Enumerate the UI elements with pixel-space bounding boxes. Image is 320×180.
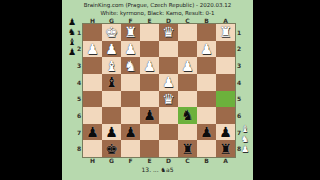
square-e2[interactable] [140,41,159,58]
chess-board: ♚♜♛♜♟♟♟♟♝♞♟♟♝♟♛♟♞♟♟♟♟♟♚♜♜ [83,24,235,157]
site-header-line1: BrainKing.com (Prague, Czech Republic) -… [62,2,253,9]
white-queen: ♛ [162,25,175,39]
square-h6[interactable] [83,107,102,124]
captured-black-pawn: ♟ [68,47,76,57]
square-b7[interactable]: ♟ [197,124,216,141]
white-pawn: ♟ [162,75,175,89]
square-f6[interactable] [121,107,140,124]
square-h4[interactable] [83,74,102,91]
square-a8[interactable]: ♜ [216,140,235,157]
square-d1[interactable]: ♛ [159,24,178,41]
black-pawn: ♟ [86,125,99,139]
square-c6[interactable]: ♞ [178,107,197,124]
square-e1[interactable] [140,24,159,41]
rank-label-3-left: 3 [76,57,82,74]
file-label-e-top: E [140,17,159,24]
square-d8[interactable] [159,140,178,157]
square-h2[interactable]: ♟ [83,41,102,58]
square-a4[interactable] [216,74,235,91]
square-d6[interactable] [159,107,178,124]
file-label-c-bottom: C [178,157,197,164]
white-queen: ♛ [162,92,175,106]
square-g1[interactable]: ♚ [102,24,121,41]
rank-label-5-left: 5 [76,91,82,108]
file-label-h-bottom: H [83,157,102,164]
square-e5[interactable] [140,91,159,108]
square-f5[interactable] [121,91,140,108]
white-pawn: ♟ [143,59,156,73]
square-a3[interactable] [216,57,235,74]
file-label-a-top: A [216,17,235,24]
square-c4[interactable] [178,74,197,91]
square-d4[interactable]: ♟ [159,74,178,91]
file-label-c-top: C [178,17,197,24]
file-label-b-bottom: B [197,157,216,164]
square-h1[interactable] [83,24,102,41]
rank-label-5-right: 5 [236,91,242,108]
white-rook: ♜ [124,25,137,39]
captured-white-bishop: ♝ [241,124,249,134]
square-b8[interactable] [197,140,216,157]
square-f3[interactable]: ♞ [121,57,140,74]
captured-black-tray: ♟♞♝♟ [65,17,79,57]
square-h8[interactable] [83,140,102,157]
square-h3[interactable] [83,57,102,74]
square-b6[interactable] [197,107,216,124]
square-d2[interactable] [159,41,178,58]
square-h7[interactable]: ♟ [83,124,102,141]
black-pawn: ♟ [200,125,213,139]
square-d7[interactable] [159,124,178,141]
white-pawn: ♟ [124,42,137,56]
square-f4[interactable] [121,74,140,91]
square-h5[interactable] [83,91,102,108]
square-g5[interactable] [102,91,121,108]
captured-black-pawn: ♟ [68,17,76,27]
file-label-g-bottom: G [102,157,121,164]
square-c7[interactable] [178,124,197,141]
file-label-d-bottom: D [159,157,178,164]
white-pawn: ♟ [105,42,118,56]
file-labels-top: HGFEDCBA [83,17,235,24]
white-rook: ♜ [219,25,232,39]
square-b2[interactable]: ♟ [197,41,216,58]
file-labels-bottom: HGFEDCBA [83,157,235,164]
move-caption: 13. ... ♞a5 [62,166,253,174]
square-e8[interactable] [140,140,159,157]
square-g2[interactable]: ♟ [102,41,121,58]
rank-label-7-left: 7 [76,124,82,141]
square-d3[interactable] [159,57,178,74]
black-pawn: ♟ [143,108,156,122]
rank-label-6-right: 6 [236,107,242,124]
black-rook: ♜ [219,142,232,156]
file-label-a-bottom: A [216,157,235,164]
captured-black-knight: ♞ [68,27,76,37]
black-knight: ♞ [181,108,194,122]
black-rook: ♜ [181,142,194,156]
file-label-f-bottom: F [121,157,140,164]
white-pawn: ♟ [200,42,213,56]
white-pawn: ♟ [86,42,99,56]
square-b3[interactable] [197,57,216,74]
square-c2[interactable] [178,41,197,58]
white-pawn: ♟ [181,59,194,73]
black-bishop: ♝ [105,75,118,89]
captured-white-tray: ♝♞♟ [238,124,252,154]
video-frame: BrainKing.com (Prague, Czech Republic) -… [0,0,320,180]
rank-label-3-right: 3 [236,57,242,74]
square-b4[interactable] [197,74,216,91]
rank-label-2-right: 2 [236,41,242,58]
square-g3[interactable]: ♝ [102,57,121,74]
file-label-f-top: F [121,17,140,24]
square-a2[interactable] [216,41,235,58]
black-pawn: ♟ [105,125,118,139]
square-c1[interactable] [178,24,197,41]
file-label-h-top: H [83,17,102,24]
square-a5[interactable] [216,91,235,108]
square-e7[interactable] [140,124,159,141]
players-result-line: White: kyrmono, Black: Kamo, Result: 0-1 [62,10,253,17]
rank-label-4-right: 4 [236,74,242,91]
rank-label-1-right: 1 [236,24,242,41]
file-label-d-top: D [159,17,178,24]
file-label-b-top: B [197,17,216,24]
square-g8[interactable]: ♚ [102,140,121,157]
white-bishop: ♝ [105,59,118,73]
square-f1[interactable]: ♜ [121,24,140,41]
square-f2[interactable]: ♟ [121,41,140,58]
square-f7[interactable]: ♟ [121,124,140,141]
captured-white-knight: ♞ [241,134,249,144]
square-a6[interactable] [216,107,235,124]
square-c8[interactable]: ♜ [178,140,197,157]
white-knight: ♞ [124,59,137,73]
white-king: ♚ [105,25,118,39]
square-a1[interactable]: ♜ [216,24,235,41]
square-d5[interactable]: ♛ [159,91,178,108]
square-f8[interactable] [121,140,140,157]
black-pawn: ♟ [219,125,232,139]
square-e4[interactable] [140,74,159,91]
captured-black-bishop: ♝ [68,37,76,47]
square-c5[interactable] [178,91,197,108]
black-king: ♚ [105,142,118,156]
square-e6[interactable]: ♟ [140,107,159,124]
rank-label-4-left: 4 [76,74,82,91]
square-e3[interactable]: ♟ [140,57,159,74]
square-b5[interactable] [197,91,216,108]
rank-label-6-left: 6 [76,107,82,124]
file-label-e-bottom: E [140,157,159,164]
rank-label-8-left: 8 [76,140,82,157]
file-label-g-top: G [102,17,121,24]
captured-white-pawn: ♟ [241,144,249,154]
square-g4[interactable]: ♝ [102,74,121,91]
square-c3[interactable]: ♟ [178,57,197,74]
pillarbox-right [253,0,320,180]
square-a7[interactable]: ♟ [216,124,235,141]
square-g7[interactable]: ♟ [102,124,121,141]
square-b1[interactable] [197,24,216,41]
black-pawn: ♟ [124,125,137,139]
pillarbox-left [0,0,62,180]
square-g6[interactable] [102,107,121,124]
